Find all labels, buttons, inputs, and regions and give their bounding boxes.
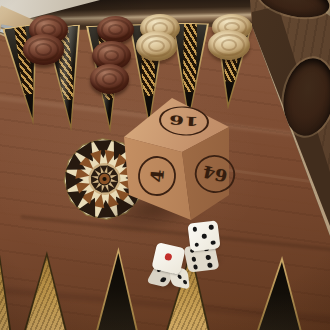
pip bbox=[192, 227, 197, 232]
pip bbox=[206, 255, 211, 260]
pip bbox=[211, 240, 216, 245]
dark-checker[interactable] bbox=[23, 34, 64, 65]
pip bbox=[209, 225, 214, 230]
pip bbox=[201, 233, 206, 238]
doubling-cube[interactable]: 16 4 64 bbox=[122, 96, 232, 224]
pip bbox=[183, 279, 188, 285]
backgammon-board-photo: 16 4 64 bbox=[0, 0, 330, 330]
point-bottom-0 bbox=[0, 253, 19, 330]
dark-checker[interactable] bbox=[90, 64, 129, 94]
dark-checker[interactable] bbox=[97, 16, 134, 43]
pip bbox=[193, 265, 198, 270]
pip bbox=[177, 274, 182, 280]
light-checker[interactable] bbox=[208, 30, 250, 60]
pip bbox=[194, 242, 199, 247]
point-bottom-4 bbox=[257, 255, 305, 330]
die-2[interactable] bbox=[183, 221, 225, 273]
red-pip bbox=[164, 253, 172, 261]
die-2-top-face-5 bbox=[187, 220, 220, 251]
point-bottom-2 bbox=[96, 247, 139, 330]
light-checker[interactable] bbox=[136, 31, 177, 61]
pip bbox=[207, 263, 212, 268]
pip bbox=[160, 277, 167, 282]
pip bbox=[191, 256, 196, 261]
point-bottom-1 bbox=[24, 251, 68, 330]
